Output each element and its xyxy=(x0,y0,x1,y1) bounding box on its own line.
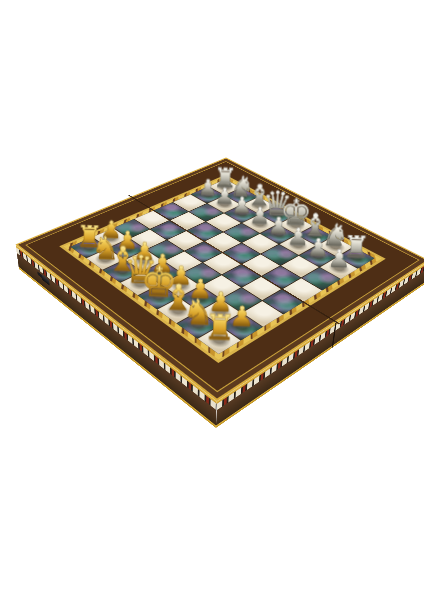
marquetry-border: ♜♞♝♛♚♝♞♜♟♟♟♟♟♟♟♟♟♟♟♟♟♟♟♟♜♞♝♛♚♝♞♜ xyxy=(25,161,419,392)
square-e6[interactable] xyxy=(242,233,278,253)
black-pawn: ♟ xyxy=(287,224,309,248)
black-pawn: ♟ xyxy=(327,246,350,271)
black-pawn: ♟ xyxy=(307,235,329,260)
photo-background: ♜♞♝♛♚♝♞♜♟♟♟♟♟♟♟♟♟♟♟♟♟♟♟♟♜♞♝♛♚♝♞♜ xyxy=(0,0,424,600)
square-h1[interactable]: ♜ xyxy=(197,325,240,353)
chess-board-box: ♜♞♝♛♚♝♞♜♟♟♟♟♟♟♟♟♟♟♟♟♟♟♟♟♜♞♝♛♚♝♞♜ xyxy=(15,157,424,400)
clasp-latch xyxy=(41,273,50,285)
board-top: ♜♞♝♛♚♝♞♜♟♟♟♟♟♟♟♟♟♟♟♟♟♟♟♟♜♞♝♛♚♝♞♜ xyxy=(15,157,424,400)
camera-tilt: ♜♞♝♛♚♝♞♜♟♟♟♟♟♟♟♟♟♟♟♟♟♟♟♟♜♞♝♛♚♝♞♜ xyxy=(0,0,424,600)
black-pawn: ♟ xyxy=(231,194,252,217)
hinge-seam xyxy=(331,321,336,348)
square-h7[interactable]: ♟ xyxy=(320,257,358,279)
